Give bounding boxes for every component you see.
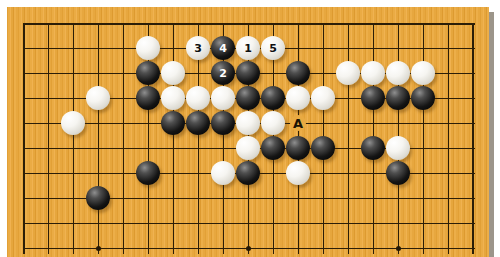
stone-white <box>236 111 260 135</box>
stone-white <box>386 61 410 85</box>
stone-black <box>136 86 160 110</box>
stone-white <box>311 86 335 110</box>
stone-black <box>361 136 385 160</box>
stone-black <box>136 61 160 85</box>
grid-line-vertical <box>448 23 449 254</box>
stone-black <box>211 111 235 135</box>
move-number: 1 <box>244 43 252 54</box>
numbered-stone-white: 1 <box>236 36 260 60</box>
grid-line-horizontal <box>23 23 475 25</box>
star-point <box>396 246 401 251</box>
stone-white <box>286 161 310 185</box>
stone-white <box>161 86 185 110</box>
stone-white <box>361 61 385 85</box>
numbered-stone-black: 4 <box>211 36 235 60</box>
star-point <box>96 246 101 251</box>
grid-line-vertical <box>173 23 174 254</box>
stone-black <box>386 86 410 110</box>
star-point <box>246 246 251 251</box>
stone-white <box>61 111 85 135</box>
stone-black <box>261 136 285 160</box>
stone-black <box>286 136 310 160</box>
numbered-stone-black: 2 <box>211 61 235 85</box>
grid-line-vertical <box>348 23 349 254</box>
stone-black <box>161 111 185 135</box>
numbered-stone-white: 5 <box>261 36 285 60</box>
grid-line-vertical <box>98 23 99 254</box>
grid-line-horizontal <box>23 223 475 224</box>
grid-line-vertical <box>73 23 74 254</box>
grid-line-vertical <box>123 23 124 254</box>
stone-white <box>186 86 210 110</box>
stone-black <box>86 186 110 210</box>
stone-black <box>236 161 260 185</box>
stone-white <box>211 161 235 185</box>
stone-black <box>136 161 160 185</box>
stone-black <box>386 161 410 185</box>
stone-white <box>236 136 260 160</box>
stone-white <box>86 86 110 110</box>
stone-black <box>261 86 285 110</box>
stone-white <box>336 61 360 85</box>
grid-line-vertical <box>23 23 25 254</box>
stone-white <box>161 61 185 85</box>
stone-black <box>361 86 385 110</box>
grid-line-vertical <box>423 23 424 254</box>
diagram-page: 34152A <box>0 0 500 257</box>
stone-black <box>286 61 310 85</box>
stone-black <box>186 111 210 135</box>
stone-white <box>211 86 235 110</box>
board-label-A: A <box>290 115 306 131</box>
stone-white <box>411 61 435 85</box>
go-board[interactable]: 34152A <box>7 7 489 257</box>
move-number: 5 <box>269 43 277 54</box>
board-drop-shadow <box>489 12 494 257</box>
move-number: 3 <box>194 43 202 54</box>
grid-line-vertical <box>472 23 474 254</box>
stone-black <box>236 86 260 110</box>
stone-white <box>286 86 310 110</box>
move-number: 2 <box>219 68 227 79</box>
stone-black <box>236 61 260 85</box>
move-number: 4 <box>219 43 227 54</box>
numbered-stone-white: 3 <box>186 36 210 60</box>
grid-line-vertical <box>48 23 49 254</box>
stone-white <box>386 136 410 160</box>
stone-white <box>136 36 160 60</box>
stone-black <box>311 136 335 160</box>
stone-black <box>411 86 435 110</box>
stone-white <box>261 111 285 135</box>
